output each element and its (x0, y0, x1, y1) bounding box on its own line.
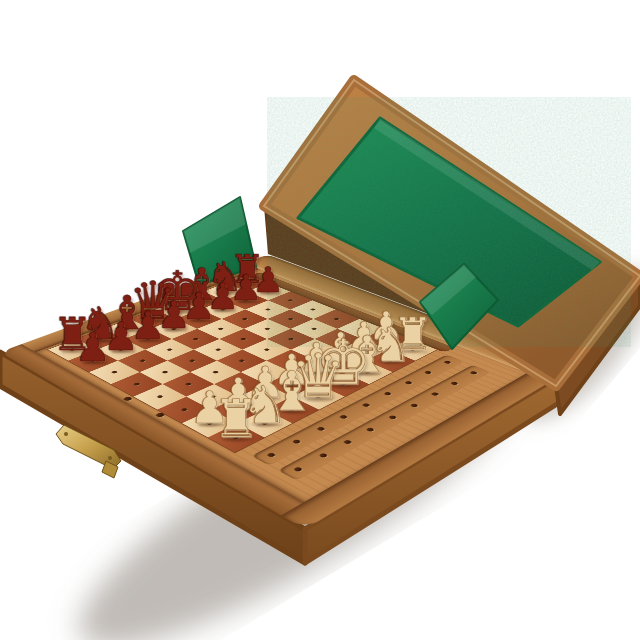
chess-piece[interactable]: ♜ (213, 393, 260, 445)
chess-piece[interactable]: ♟ (75, 327, 111, 367)
product-photo-stage: ♜♞♝♛♚♝♞♜♟♟♟♟♟♟♟♟♟♟♟♟♟♟♟♟♜♞♝♛♚♝♞♜ (0, 0, 640, 640)
